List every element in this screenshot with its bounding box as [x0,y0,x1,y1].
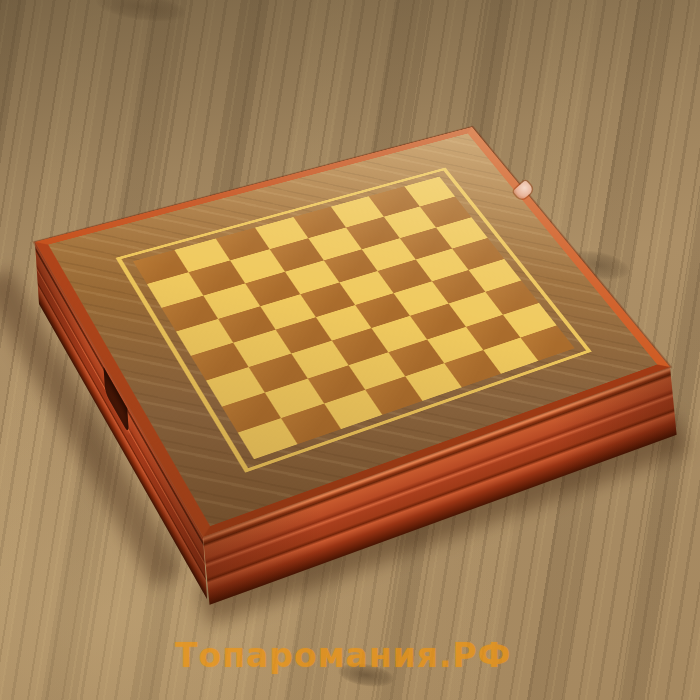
wood-knot [95,0,188,26]
chessboard-grid [133,177,575,460]
photo-scene: Топаромания.РФ [0,0,700,700]
watermark: Топаромания.РФ [175,636,511,675]
